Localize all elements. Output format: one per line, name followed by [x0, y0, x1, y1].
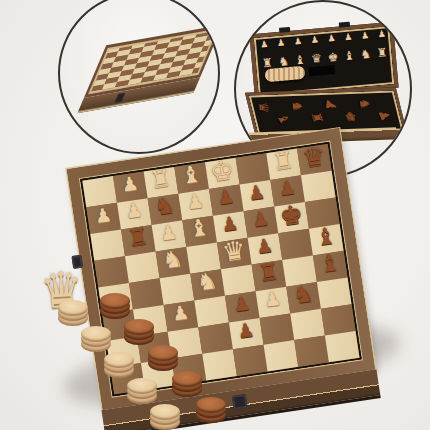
light-k-piece[interactable]: ♚	[208, 156, 235, 185]
dark-p-piece[interactable]: ♟	[251, 209, 271, 230]
dark-p-piece[interactable]: ♟	[255, 235, 275, 256]
stored-light-piece: ♟	[327, 34, 336, 44]
light-n-piece[interactable]: ♞	[195, 269, 219, 295]
dark-r-piece[interactable]: ♜	[126, 225, 150, 251]
board-square[interactable]	[264, 340, 299, 371]
stored-light-piece: ♛	[311, 52, 323, 65]
latch-icon	[115, 93, 126, 103]
stored-dark-piece: ♚	[342, 109, 359, 124]
dark-n-piece[interactable]: ♞	[291, 282, 315, 308]
stored-light-piece: ♞	[360, 48, 372, 61]
dark-p-piece[interactable]: ♟	[247, 182, 267, 203]
dark-p-piece[interactable]: ♟	[232, 293, 252, 314]
dark-p-piece[interactable]: ♟	[236, 320, 256, 341]
stored-dark-piece: ♛	[256, 101, 271, 113]
stored-light-piece: ♟	[344, 32, 353, 42]
light-p-piece[interactable]: ♟	[93, 205, 113, 226]
light-r-piece[interactable]: ♜	[271, 148, 295, 174]
dark-r-piece[interactable]: ♜	[257, 260, 281, 286]
light-n-piece[interactable]: ♞	[161, 247, 185, 273]
stored-light-piece: ♟	[361, 31, 370, 41]
stored-dark-piece: ♝	[274, 111, 292, 127]
dark-k-piece[interactable]: ♚	[278, 200, 305, 229]
stored-light-piece: ♟	[310, 35, 319, 45]
light-p-piece[interactable]: ♟	[171, 302, 191, 323]
stored-dark-piece: ♞	[290, 100, 304, 113]
dark-p-piece[interactable]: ♟	[277, 177, 297, 198]
dark-b-piece[interactable]: ♝	[318, 251, 342, 277]
inset-closed-case-circle	[58, 0, 220, 154]
dark-n-piece[interactable]: ♞	[153, 193, 177, 219]
chess-board-case: ♟♜♝♚♜♛♟♟♞♟♟♟♟♜♟♝♟♟♚♞♛♟♝♞♜♝♟♟♟♞♟	[65, 127, 380, 430]
dark-checkers-stack[interactable]	[196, 397, 226, 427]
dark-p-piece[interactable]: ♟	[216, 186, 236, 207]
stored-light-piece: ♟	[260, 40, 269, 50]
board-square[interactable]	[325, 331, 360, 362]
closed-case	[76, 30, 203, 112]
stored-light-piece: ♟	[277, 38, 286, 48]
dark-p-piece[interactable]: ♟	[220, 213, 240, 234]
stored-light-piece: ♟	[294, 37, 303, 47]
stored-light-piece: ♝	[343, 49, 355, 62]
latch-icon	[231, 394, 247, 410]
light-q-piece[interactable]: ♛	[220, 236, 247, 265]
light-p-piece[interactable]: ♟	[120, 174, 140, 195]
dark-b-piece[interactable]: ♝	[314, 224, 338, 250]
board-square[interactable]	[202, 349, 237, 380]
stored-dark-piece: ♜	[309, 111, 325, 124]
hinge-icon	[279, 27, 290, 33]
lid-handle-slot	[308, 65, 335, 76]
light-p-piece[interactable]: ♟	[124, 200, 144, 221]
light-p-piece[interactable]: ♟	[159, 222, 179, 243]
light-b-piece[interactable]: ♝	[179, 162, 203, 188]
light-checkers-stack[interactable]	[150, 404, 180, 430]
product-photo-stage: ♟♟♟♟♟♟♟♟ ♜♞♝♛♚♝♞♜ ♛♝♞♜♟♚♞♟ ♟♜♝♚♜♛♟♟♞♟♟♟♟…	[0, 0, 430, 430]
light-b-piece[interactable]: ♝	[187, 216, 211, 242]
light-p-piece[interactable]: ♟	[185, 191, 205, 212]
stored-dark-piece: ♟	[324, 98, 338, 113]
stored-light-checkers-stack	[264, 66, 305, 82]
hinge-icon	[339, 22, 350, 28]
dark-q-piece[interactable]: ♛	[300, 142, 327, 171]
stored-light-piece: ♝	[294, 54, 306, 67]
stored-light-piece: ♜	[261, 56, 273, 69]
stored-dark-piece: ♞	[357, 98, 372, 110]
stored-light-piece: ♟	[377, 30, 386, 40]
stored-light-piece: ♚	[327, 51, 339, 64]
stored-light-piece: ♜	[376, 46, 388, 59]
light-p-piece[interactable]: ♟	[263, 289, 283, 310]
stored-dark-piece: ♟	[376, 108, 393, 122]
board-square[interactable]	[294, 336, 329, 367]
light-r-piece[interactable]: ♜	[149, 167, 173, 193]
stored-light-piece: ♞	[278, 55, 290, 68]
board-square[interactable]	[233, 345, 268, 376]
